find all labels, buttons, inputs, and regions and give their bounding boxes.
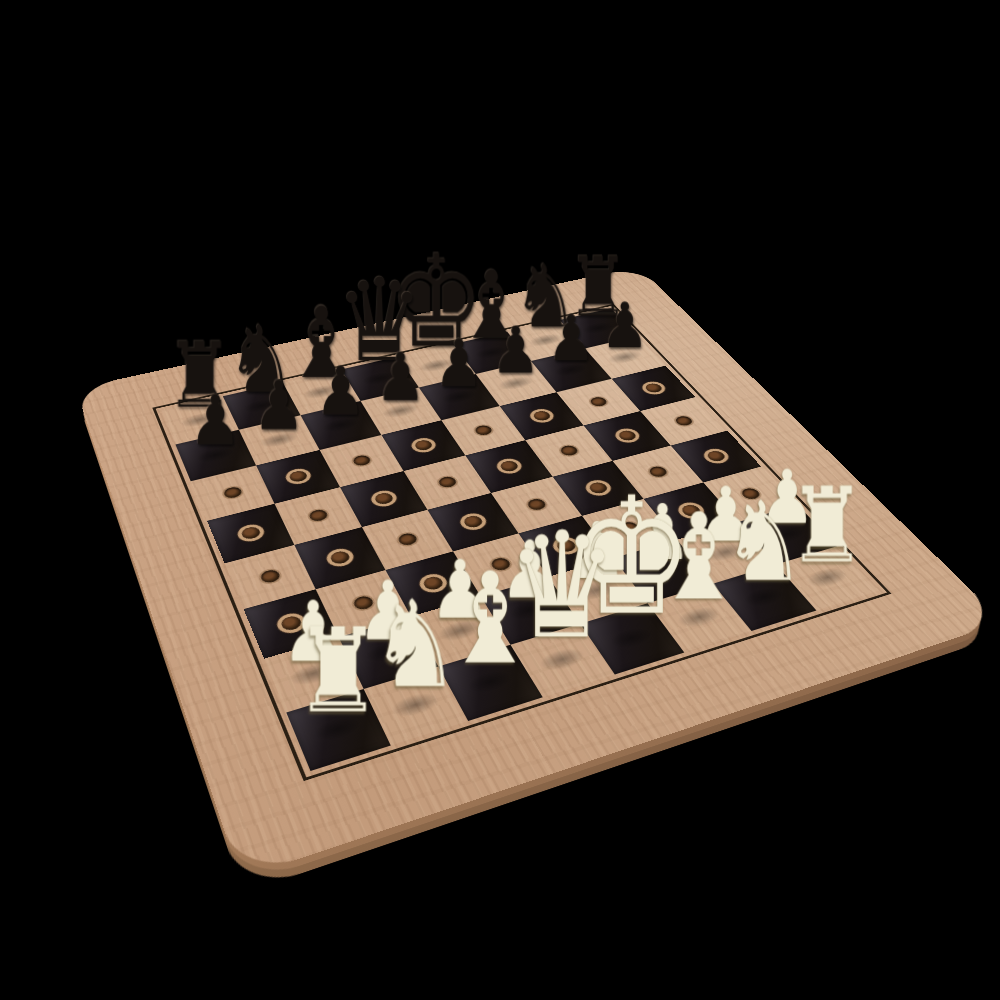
peg-hole [328,550,351,566]
piece-black-pawn[interactable]: ♟ [601,294,649,357]
peg-hole [498,459,520,472]
piece-black-pawn[interactable]: ♟ [189,386,242,455]
peg-hole [704,449,727,462]
peg-hole [287,469,308,482]
square-a6[interactable] [191,465,275,520]
peg-hole [616,429,638,441]
peg-hole [372,491,394,505]
peg-hole [436,475,458,489]
peg-hole [643,382,664,393]
perspective-wrapper: ♜♞♝♛♚♝♞♜♟♟♟♟♟♟♟♟♟♟♟♟♟♟♟♟♜♞♝♛♚♝♞♜ [0,0,1000,1000]
peg-hole [258,568,281,584]
piece-black-pawn[interactable]: ♟ [547,306,595,370]
peg-hole [587,396,608,408]
peg-hole [461,514,484,529]
product-photo-stage: ♜♞♝♛♚♝♞♜♟♟♟♟♟♟♟♟♟♟♟♟♟♟♟♟♜♞♝♛♚♝♞♜ [0,0,1000,1000]
peg-hole [531,410,552,422]
peg-hole [558,444,580,457]
piece-white-rook[interactable]: ♜ [293,612,382,729]
peg-hole [472,424,493,436]
peg-hole [412,439,433,452]
peg-hole [396,532,419,547]
piece-white-knight[interactable]: ♞ [370,585,461,705]
piece-black-pawn[interactable]: ♟ [315,358,366,425]
piece-black-pawn[interactable]: ♟ [375,344,425,410]
peg-hole [307,508,329,522]
piece-black-pawn[interactable]: ♟ [434,331,484,396]
chess-board: ♜♞♝♛♚♝♞♜♟♟♟♟♟♟♟♟♟♟♟♟♟♟♟♟♜♞♝♛♚♝♞♜ [76,266,1000,878]
piece-black-pawn[interactable]: ♟ [491,319,540,384]
piece-black-pawn[interactable]: ♟ [253,371,305,439]
peg-hole [351,454,372,467]
